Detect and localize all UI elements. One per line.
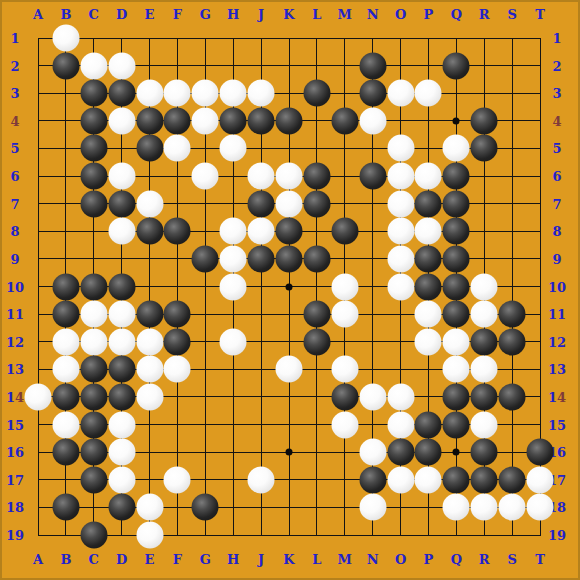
column-label-top: D [116, 7, 127, 22]
black-stone [164, 107, 191, 134]
white-stone [108, 411, 135, 438]
black-stone [276, 218, 303, 245]
white-stone [387, 80, 414, 107]
black-stone [136, 135, 163, 162]
white-stone [471, 301, 498, 328]
row-label-right: 12 [548, 334, 566, 349]
column-label-bottom: P [424, 552, 434, 567]
column-label-bottom: J [258, 552, 264, 567]
black-stone [108, 494, 135, 521]
black-stone [80, 466, 107, 493]
black-stone [443, 190, 470, 217]
black-stone [303, 80, 330, 107]
white-stone [443, 328, 470, 355]
white-stone [331, 356, 358, 383]
grid-line-vertical [316, 38, 317, 536]
white-stone [108, 466, 135, 493]
row-label-left: 4 [10, 113, 19, 128]
black-stone [443, 411, 470, 438]
black-stone [80, 439, 107, 466]
white-stone [164, 135, 191, 162]
column-label-bottom: H [227, 552, 239, 567]
white-stone [331, 273, 358, 300]
white-stone [25, 383, 52, 410]
column-label-top: N [367, 7, 379, 22]
white-stone [331, 301, 358, 328]
black-stone [359, 163, 386, 190]
row-label-left: 17 [6, 472, 24, 487]
black-stone [52, 383, 79, 410]
white-stone [443, 494, 470, 521]
column-label-top: O [395, 7, 406, 22]
go-board-window: AABBCCDDEEFFGGHHJJKKLLMMNNOOPPQQRRSSTT11… [0, 0, 580, 580]
row-label-left: 3 [10, 86, 19, 101]
black-stone [52, 439, 79, 466]
row-label-right: 2 [552, 58, 561, 73]
column-label-bottom: L [312, 552, 321, 567]
star-point [286, 283, 293, 290]
black-stone [108, 383, 135, 410]
black-stone [136, 218, 163, 245]
black-stone [443, 273, 470, 300]
black-stone [192, 494, 219, 521]
row-label-left: 18 [6, 500, 24, 515]
black-stone [443, 163, 470, 190]
white-stone [471, 494, 498, 521]
column-label-top: A [33, 7, 43, 22]
row-label-left: 13 [6, 362, 24, 377]
black-stone [359, 466, 386, 493]
black-stone [303, 328, 330, 355]
black-stone [164, 301, 191, 328]
column-label-top: T [535, 7, 545, 22]
column-label-bottom: T [535, 552, 545, 567]
white-stone [108, 218, 135, 245]
black-stone [108, 356, 135, 383]
column-label-bottom: C [89, 552, 99, 567]
white-stone [248, 466, 275, 493]
black-stone [108, 190, 135, 217]
black-stone [471, 466, 498, 493]
column-label-bottom: D [116, 552, 127, 567]
row-label-right: 6 [552, 169, 561, 184]
column-label-top: J [258, 7, 264, 22]
grid-line-vertical [512, 38, 513, 536]
white-stone [359, 383, 386, 410]
row-label-right: 8 [552, 224, 561, 239]
black-stone [527, 439, 554, 466]
black-stone [499, 301, 526, 328]
grid-line-horizontal [38, 535, 541, 536]
white-stone [136, 328, 163, 355]
row-label-right: 4 [552, 113, 561, 128]
white-stone [248, 218, 275, 245]
white-stone [220, 135, 247, 162]
black-stone [303, 245, 330, 272]
row-label-right: 7 [552, 196, 561, 211]
black-stone [52, 273, 79, 300]
black-stone [415, 273, 442, 300]
column-label-bottom: Q [451, 552, 462, 567]
row-label-right: 10 [548, 279, 566, 294]
black-stone [164, 218, 191, 245]
row-label-left: 2 [10, 58, 19, 73]
column-label-top: M [338, 7, 352, 22]
black-stone [220, 107, 247, 134]
white-stone [80, 328, 107, 355]
black-stone [387, 439, 414, 466]
row-label-right: 11 [548, 307, 566, 322]
black-stone [80, 411, 107, 438]
white-stone [387, 190, 414, 217]
star-point [453, 117, 460, 124]
black-stone [80, 356, 107, 383]
column-label-bottom: B [60, 552, 71, 567]
black-stone [359, 80, 386, 107]
black-stone [248, 107, 275, 134]
white-stone [192, 163, 219, 190]
row-label-left: 7 [10, 196, 19, 211]
white-stone [108, 301, 135, 328]
column-label-top: R [479, 7, 490, 22]
row-label-left: 11 [6, 307, 24, 322]
black-stone [359, 52, 386, 79]
row-label-right: 15 [548, 417, 566, 432]
white-stone [387, 411, 414, 438]
white-stone [136, 522, 163, 549]
white-stone [52, 25, 79, 52]
black-stone [499, 328, 526, 355]
white-stone [527, 466, 554, 493]
black-stone [80, 383, 107, 410]
white-stone [276, 163, 303, 190]
black-stone [443, 301, 470, 328]
white-stone [52, 356, 79, 383]
grid-line-vertical [38, 38, 39, 536]
black-stone [108, 80, 135, 107]
column-label-bottom: E [145, 552, 155, 567]
row-label-right: 14 [548, 389, 566, 404]
white-stone [331, 411, 358, 438]
black-stone [443, 466, 470, 493]
white-stone [415, 301, 442, 328]
white-stone [164, 356, 191, 383]
row-label-left: 12 [6, 334, 24, 349]
column-label-bottom: A [33, 552, 43, 567]
white-stone [415, 163, 442, 190]
white-stone [52, 411, 79, 438]
white-stone [136, 190, 163, 217]
white-stone [108, 163, 135, 190]
black-stone [443, 218, 470, 245]
star-point [453, 449, 460, 456]
white-stone [220, 245, 247, 272]
column-label-top: K [283, 7, 294, 22]
star-point [286, 449, 293, 456]
white-stone [192, 80, 219, 107]
column-label-bottom: S [507, 552, 516, 567]
white-stone [387, 135, 414, 162]
column-label-bottom: M [338, 552, 352, 567]
row-label-left: 5 [10, 141, 19, 156]
white-stone [415, 466, 442, 493]
black-stone [303, 163, 330, 190]
white-stone [164, 80, 191, 107]
column-label-top: G [200, 7, 211, 22]
row-label-right: 3 [552, 86, 561, 101]
column-label-top: F [173, 7, 182, 22]
row-label-left: 14 [6, 389, 24, 404]
black-stone [331, 107, 358, 134]
black-stone [331, 383, 358, 410]
column-label-bottom: K [283, 552, 294, 567]
black-stone [443, 52, 470, 79]
column-label-top: B [60, 7, 71, 22]
white-stone [387, 245, 414, 272]
black-stone [80, 522, 107, 549]
grid-line-horizontal [38, 38, 541, 39]
black-stone [499, 383, 526, 410]
black-stone [276, 107, 303, 134]
black-stone [415, 190, 442, 217]
column-label-top: C [89, 7, 99, 22]
white-stone [387, 466, 414, 493]
white-stone [415, 328, 442, 355]
black-stone [471, 383, 498, 410]
white-stone [108, 52, 135, 79]
row-label-left: 8 [10, 224, 19, 239]
white-stone [136, 383, 163, 410]
row-label-left: 9 [10, 251, 19, 266]
row-label-left: 1 [10, 31, 19, 46]
row-label-right: 9 [552, 251, 561, 266]
black-stone [471, 135, 498, 162]
white-stone [192, 107, 219, 134]
black-stone [136, 301, 163, 328]
white-stone [164, 466, 191, 493]
row-label-right: 1 [552, 31, 561, 46]
row-label-right: 13 [548, 362, 566, 377]
column-label-bottom: G [200, 552, 211, 567]
white-stone [387, 163, 414, 190]
white-stone [443, 356, 470, 383]
column-label-bottom: O [395, 552, 406, 567]
white-stone [220, 328, 247, 355]
white-stone [415, 218, 442, 245]
white-stone [443, 135, 470, 162]
black-stone [248, 190, 275, 217]
white-stone [248, 80, 275, 107]
black-stone [108, 273, 135, 300]
white-stone [387, 383, 414, 410]
white-stone [136, 494, 163, 521]
black-stone [80, 107, 107, 134]
column-label-bottom: R [479, 552, 490, 567]
black-stone [80, 80, 107, 107]
black-stone [80, 163, 107, 190]
black-stone [80, 273, 107, 300]
column-label-top: E [145, 7, 155, 22]
white-stone [387, 273, 414, 300]
white-stone [136, 356, 163, 383]
black-stone [499, 466, 526, 493]
white-stone [276, 356, 303, 383]
black-stone [80, 135, 107, 162]
black-stone [52, 301, 79, 328]
white-stone [359, 439, 386, 466]
black-stone [415, 439, 442, 466]
column-label-bottom: N [367, 552, 379, 567]
white-stone [108, 439, 135, 466]
black-stone [80, 190, 107, 217]
black-stone [471, 328, 498, 355]
black-stone [443, 383, 470, 410]
white-stone [471, 273, 498, 300]
white-stone [108, 107, 135, 134]
black-stone [52, 494, 79, 521]
row-label-left: 15 [6, 417, 24, 432]
black-stone [331, 218, 358, 245]
row-label-left: 19 [6, 528, 24, 543]
white-stone [220, 218, 247, 245]
white-stone [136, 80, 163, 107]
white-stone [499, 494, 526, 521]
white-stone [527, 494, 554, 521]
white-stone [387, 218, 414, 245]
white-stone [80, 52, 107, 79]
column-label-bottom: F [173, 552, 182, 567]
black-stone [415, 245, 442, 272]
white-stone [471, 356, 498, 383]
white-stone [359, 494, 386, 521]
black-stone [192, 245, 219, 272]
black-stone [164, 328, 191, 355]
black-stone [471, 107, 498, 134]
black-stone [415, 411, 442, 438]
white-stone [415, 80, 442, 107]
white-stone [248, 163, 275, 190]
white-stone [276, 190, 303, 217]
column-label-top: H [227, 7, 239, 22]
white-stone [108, 328, 135, 355]
row-label-left: 10 [6, 279, 24, 294]
black-stone [303, 190, 330, 217]
white-stone [220, 80, 247, 107]
black-stone [52, 52, 79, 79]
white-stone [220, 273, 247, 300]
column-label-top: L [312, 7, 321, 22]
row-label-right: 19 [548, 528, 566, 543]
white-stone [80, 301, 107, 328]
black-stone [471, 439, 498, 466]
column-label-top: Q [451, 7, 462, 22]
row-label-right: 5 [552, 141, 561, 156]
black-stone [303, 301, 330, 328]
black-stone [443, 245, 470, 272]
row-label-left: 6 [10, 169, 19, 184]
column-label-top: P [424, 7, 434, 22]
row-label-left: 16 [6, 445, 24, 460]
white-stone [471, 411, 498, 438]
white-stone [359, 107, 386, 134]
white-stone [52, 328, 79, 355]
column-label-top: S [507, 7, 516, 22]
black-stone [136, 107, 163, 134]
black-stone [248, 245, 275, 272]
black-stone [276, 245, 303, 272]
